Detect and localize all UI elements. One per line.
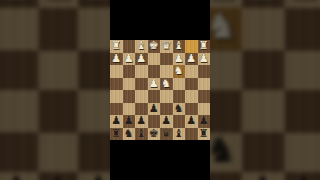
square-d7[interactable]: ♟ [160, 115, 173, 128]
square-g3[interactable] [123, 65, 136, 78]
square-a5 [283, 90, 320, 131]
square-f5[interactable] [135, 90, 148, 103]
square-h5[interactable] [110, 90, 123, 103]
square-a3[interactable] [198, 65, 211, 78]
square-b7[interactable]: ♟ [185, 115, 198, 128]
white-bishop[interactable]: ♝ [136, 40, 146, 53]
square-f4[interactable] [135, 78, 148, 91]
white-pawn[interactable]: ♟ [199, 53, 209, 66]
black-knight[interactable]: ♞ [174, 103, 184, 116]
square-e4[interactable]: ♟ [148, 78, 161, 91]
square-b2: ♟ [242, 0, 283, 8]
square-f3[interactable] [135, 65, 148, 78]
square-f8[interactable]: ♝ [135, 128, 148, 141]
square-h1[interactable]: ♜ [110, 40, 123, 53]
square-b8[interactable] [185, 128, 198, 141]
square-b1[interactable] [185, 40, 198, 53]
black-pawn[interactable]: ♟ [186, 115, 196, 128]
square-b4[interactable] [185, 78, 198, 91]
square-b6 [242, 131, 283, 172]
video-frame: ♜♝♚♛♝♜♟♟♟♟♟♟♞♟♞♟♞♟♟♟♟♟♟♜♞♝♚♛♝♜ ♜♝♚♛♝♜♟♟♟… [0, 0, 320, 180]
square-g7[interactable]: ♟ [123, 115, 136, 128]
square-a7[interactable]: ♟ [198, 115, 211, 128]
square-h2: ♟ [0, 0, 37, 8]
square-a5[interactable] [198, 90, 211, 103]
square-f1[interactable]: ♝ [135, 40, 148, 53]
square-g5 [37, 90, 78, 131]
black-knight[interactable]: ♞ [124, 128, 134, 141]
square-b4 [242, 49, 283, 90]
white-rook[interactable]: ♜ [199, 40, 209, 53]
black-pawn[interactable]: ♟ [149, 103, 159, 116]
square-c5[interactable] [173, 90, 186, 103]
white-queen[interactable]: ♛ [161, 40, 171, 53]
square-b3 [242, 8, 283, 49]
square-e5[interactable] [148, 90, 161, 103]
white-rook[interactable]: ♜ [111, 40, 121, 53]
square-d8[interactable]: ♛ [160, 128, 173, 141]
white-knight: ♞ [205, 8, 237, 49]
black-pawn: ♟ [287, 172, 319, 180]
square-a6 [283, 131, 320, 172]
square-b5[interactable] [185, 90, 198, 103]
black-pawn[interactable]: ♟ [199, 115, 209, 128]
black-knight: ♞ [205, 131, 237, 172]
square-d1[interactable]: ♛ [160, 40, 173, 53]
square-e1[interactable]: ♚ [148, 40, 161, 53]
square-h4[interactable] [110, 78, 123, 91]
white-knight[interactable]: ♞ [174, 65, 184, 78]
square-a2: ♟ [283, 0, 320, 8]
square-h3[interactable] [110, 65, 123, 78]
square-e8[interactable]: ♚ [148, 128, 161, 141]
square-a4 [283, 49, 320, 90]
square-g2: ♟ [37, 0, 78, 8]
square-h5 [0, 90, 37, 131]
square-g5[interactable] [123, 90, 136, 103]
white-pawn[interactable]: ♟ [124, 53, 134, 66]
square-c8[interactable]: ♝ [173, 128, 186, 141]
square-h4 [0, 49, 37, 90]
square-g7: ♟ [37, 172, 78, 180]
square-g4[interactable] [123, 78, 136, 91]
square-b7: ♟ [242, 172, 283, 180]
white-pawn: ♟ [0, 0, 32, 8]
black-pawn: ♟ [0, 172, 32, 180]
square-e2[interactable] [148, 53, 161, 66]
square-a3 [283, 8, 320, 49]
square-f2[interactable]: ♟ [135, 53, 148, 66]
square-h3 [0, 8, 37, 49]
square-a8[interactable]: ♜ [198, 128, 211, 141]
square-d4[interactable]: ♞ [160, 78, 173, 91]
square-d5[interactable] [160, 90, 173, 103]
square-h2[interactable]: ♟ [110, 53, 123, 66]
white-king[interactable]: ♚ [149, 40, 159, 53]
white-pawn: ♟ [41, 0, 73, 8]
black-bishop[interactable]: ♝ [136, 128, 146, 141]
square-g3 [37, 8, 78, 49]
white-pawn[interactable]: ♟ [186, 53, 196, 66]
square-b3[interactable] [185, 65, 198, 78]
square-h8[interactable]: ♜ [110, 128, 123, 141]
black-pawn[interactable]: ♟ [161, 115, 171, 128]
black-pawn[interactable]: ♟ [124, 115, 134, 128]
square-d2[interactable] [160, 53, 173, 66]
video-strip: ♜♝♚♛♝♜♟♟♟♟♟♟♞♟♞♟♞♟♟♟♟♟♟♜♞♝♚♛♝♜ [110, 0, 210, 180]
chess-board[interactable]: ♜♝♚♛♝♜♟♟♟♟♟♟♞♟♞♟♞♟♟♟♟♟♟♜♞♝♚♛♝♜ [110, 40, 210, 140]
square-a7: ♟ [283, 172, 320, 180]
square-e6[interactable]: ♟ [148, 103, 161, 116]
white-pawn: ♟ [246, 0, 278, 8]
black-rook[interactable]: ♜ [111, 128, 121, 141]
white-pawn[interactable]: ♟ [136, 53, 146, 66]
black-king[interactable]: ♚ [149, 128, 159, 141]
square-g6 [37, 131, 78, 172]
square-h7[interactable]: ♟ [110, 115, 123, 128]
black-pawn[interactable]: ♟ [111, 115, 121, 128]
white-pawn[interactable]: ♟ [111, 53, 121, 66]
square-h7: ♟ [0, 172, 37, 180]
black-queen[interactable]: ♛ [161, 128, 171, 141]
square-a1[interactable]: ♜ [198, 40, 211, 53]
square-b5 [242, 90, 283, 131]
square-d3[interactable] [160, 65, 173, 78]
white-knight[interactable]: ♞ [161, 78, 171, 91]
black-pawn: ♟ [246, 172, 278, 180]
white-bishop[interactable]: ♝ [174, 40, 184, 53]
square-h6 [0, 131, 37, 172]
black-bishop[interactable]: ♝ [174, 128, 184, 141]
black-pawn[interactable]: ♟ [136, 115, 146, 128]
white-pawn[interactable]: ♟ [149, 78, 159, 91]
square-c4[interactable] [173, 78, 186, 91]
square-g1[interactable] [123, 40, 136, 53]
square-g8[interactable]: ♞ [123, 128, 136, 141]
square-a2[interactable]: ♟ [198, 53, 211, 66]
square-c7[interactable] [173, 115, 186, 128]
black-rook[interactable]: ♜ [199, 128, 209, 141]
square-e3[interactable] [148, 65, 161, 78]
square-f7[interactable]: ♟ [135, 115, 148, 128]
square-g4 [37, 49, 78, 90]
square-c6[interactable]: ♞ [173, 103, 186, 116]
square-b2[interactable]: ♟ [185, 53, 198, 66]
square-c3[interactable]: ♞ [173, 65, 186, 78]
black-pawn: ♟ [41, 172, 73, 180]
square-e7[interactable] [148, 115, 161, 128]
square-c1[interactable]: ♝ [173, 40, 186, 53]
square-a4[interactable] [198, 78, 211, 91]
square-g2[interactable]: ♟ [123, 53, 136, 66]
white-pawn: ♟ [287, 0, 319, 8]
